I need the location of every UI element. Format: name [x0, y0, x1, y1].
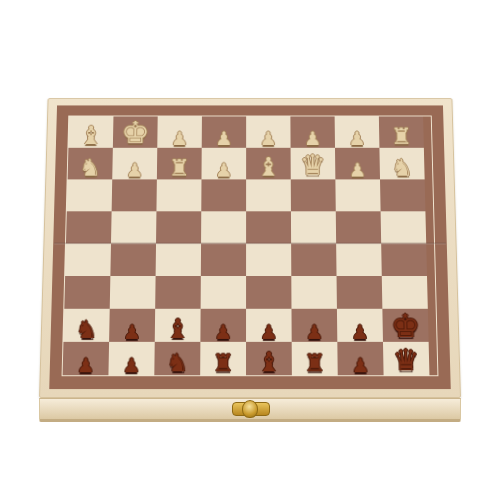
square-e2: ♟ [246, 309, 292, 342]
square-g2: ♟ [337, 309, 383, 342]
square-g7: ♟ [335, 148, 380, 180]
square-h2: ♚ [382, 309, 428, 342]
square-b7: ♟ [112, 148, 157, 180]
piece-dark-rook-d1: ♜ [212, 352, 234, 376]
piece-light-pawn-d7: ♟ [215, 161, 232, 180]
square-g4 [336, 244, 382, 276]
square-h1: ♛ [383, 342, 429, 375]
piece-dark-pawn-e2: ♟ [260, 322, 278, 341]
piece-light-pawn-f8: ♟ [304, 129, 321, 147]
piece-light-rook-h8: ♜ [391, 126, 412, 148]
clasp-knob [242, 400, 258, 418]
piece-dark-pawn-d2: ♟ [214, 322, 232, 341]
piece-light-queen-f7: ♛ [300, 151, 326, 179]
square-a3 [64, 276, 110, 309]
square-b6 [112, 179, 157, 211]
square-h8: ♜ [379, 116, 424, 147]
square-b8: ♚ [113, 116, 158, 147]
piece-dark-queen-h1: ♛ [393, 346, 420, 375]
square-c1: ♞ [154, 342, 200, 375]
square-h6 [380, 179, 425, 211]
piece-light-knight-h7: ♞ [391, 156, 413, 179]
piece-light-king-b8: ♚ [121, 117, 150, 147]
square-c2: ♝ [155, 309, 201, 342]
square-h5 [381, 211, 427, 243]
square-h7: ♞ [379, 148, 424, 180]
piece-dark-pawn-b1: ♟ [122, 356, 140, 376]
square-d3 [201, 276, 246, 309]
square-d6 [201, 179, 246, 211]
square-e1: ♝ [246, 342, 292, 375]
piece-light-pawn-g7: ♟ [349, 161, 367, 180]
square-h4 [381, 244, 427, 276]
square-d5 [201, 211, 246, 243]
piece-dark-pawn-g1: ♟ [351, 356, 369, 376]
square-b3 [110, 276, 156, 309]
square-a6 [67, 179, 112, 211]
square-e8: ♟ [246, 116, 290, 147]
chess-set: ♝♚♟♟♟♟♟♜♞♟♜♟♝♛♟♞♞♟♝♟♟♟♟♚♟♟♞♜♝♜♟♛ [39, 83, 461, 422]
piece-dark-pawn-g2: ♟ [351, 322, 369, 341]
square-f6 [291, 179, 336, 211]
board-frame: ♝♚♟♟♟♟♟♜♞♟♜♟♝♛♟♞♞♟♝♟♟♟♟♚♟♟♞♜♝♜♟♛ [39, 98, 461, 398]
square-a7: ♞ [68, 148, 113, 180]
square-f4 [291, 244, 336, 276]
board-grid: ♝♚♟♟♟♟♟♜♞♟♜♟♝♛♟♞♞♟♝♟♟♟♟♚♟♟♞♜♝♜♟♛ [62, 116, 439, 377]
square-f3 [291, 276, 337, 309]
square-c4 [156, 244, 201, 276]
square-f5 [291, 211, 336, 243]
piece-light-pawn-d8: ♟ [215, 129, 232, 147]
piece-light-rook-c7: ♜ [169, 157, 190, 179]
piece-light-bishop-e7: ♝ [257, 154, 281, 179]
square-d4 [201, 244, 246, 276]
piece-dark-bishop-c2: ♝ [166, 316, 190, 342]
square-b1: ♟ [108, 342, 154, 375]
square-c7: ♜ [157, 148, 202, 180]
square-a1: ♟ [63, 342, 110, 375]
square-a5 [66, 211, 112, 243]
square-f1: ♜ [292, 342, 338, 375]
piece-dark-pawn-b2: ♟ [123, 322, 141, 341]
square-g8: ♟ [335, 116, 380, 147]
square-d7: ♟ [201, 148, 246, 180]
square-e7: ♝ [246, 148, 291, 180]
square-d2: ♟ [200, 309, 246, 342]
square-f7: ♛ [291, 148, 336, 180]
brass-clasp-icon [232, 400, 268, 417]
square-e3 [246, 276, 291, 309]
square-g3 [337, 276, 383, 309]
piece-dark-pawn-a1: ♟ [77, 356, 95, 376]
square-a2: ♞ [63, 309, 109, 342]
square-b4 [110, 244, 156, 276]
square-c3 [155, 276, 201, 309]
square-g1: ♟ [337, 342, 383, 375]
square-h3 [382, 276, 428, 309]
piece-light-pawn-b7: ♟ [126, 161, 144, 180]
piece-dark-knight-c1: ♞ [166, 351, 189, 376]
box-front-edge [39, 398, 461, 422]
square-d1: ♜ [200, 342, 246, 375]
board-border-band: ♝♚♟♟♟♟♟♜♞♟♜♟♝♛♟♞♞♟♝♟♟♟♟♚♟♟♞♜♝♜♟♛ [49, 105, 451, 389]
piece-dark-knight-a2: ♞ [75, 318, 98, 342]
piece-dark-bishop-e1: ♝ [257, 349, 281, 376]
piece-dark-rook-f1: ♜ [304, 352, 326, 376]
square-e5 [246, 211, 291, 243]
piece-dark-pawn-f2: ♟ [305, 322, 323, 341]
square-d8: ♟ [202, 116, 246, 147]
piece-dark-king-h2: ♚ [390, 310, 420, 342]
piece-light-pawn-c8: ♟ [171, 129, 188, 147]
square-f8: ♟ [290, 116, 335, 147]
square-c6 [156, 179, 201, 211]
piece-light-knight-a7: ♞ [79, 156, 101, 179]
square-c8: ♟ [157, 116, 202, 147]
square-b5 [111, 211, 156, 243]
piece-light-pawn-g8: ♟ [348, 129, 366, 147]
square-g5 [336, 211, 381, 243]
square-b2: ♟ [109, 309, 155, 342]
square-e4 [246, 244, 291, 276]
square-f2: ♟ [291, 309, 337, 342]
square-g6 [335, 179, 380, 211]
piece-light-bishop-a8: ♝ [79, 123, 103, 148]
square-e6 [246, 179, 291, 211]
square-a8: ♝ [68, 116, 113, 147]
square-a4 [65, 244, 111, 276]
piece-light-pawn-e8: ♟ [260, 129, 277, 147]
square-c5 [156, 211, 201, 243]
